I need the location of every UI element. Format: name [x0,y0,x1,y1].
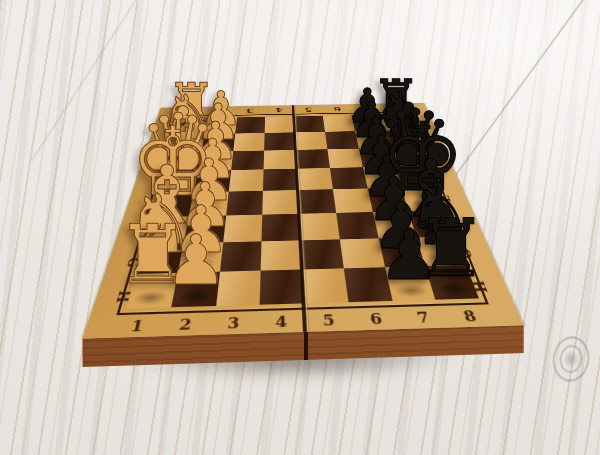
square-e4[interactable] [263,190,300,214]
near-rank-label-3: 3 [209,315,258,331]
square-h5[interactable] [302,269,348,304]
square-g4[interactable] [261,240,302,271]
far-rank-label-4: 4 [264,107,294,113]
square-h4[interactable] [260,270,304,305]
square-a4[interactable] [265,116,295,132]
square-g5[interactable] [301,239,344,270]
square-b4[interactable] [264,132,295,150]
black-rook-h8[interactable]: ♜ [415,207,487,287]
white-pawn-h2[interactable]: ♟ [165,226,227,295]
square-b5[interactable] [295,132,327,150]
board-fold-seam-front [304,332,308,360]
near-rank-label-2: 2 [160,316,210,332]
near-rank-label-7: 7 [398,309,449,325]
square-e5[interactable] [298,189,336,213]
near-rank-label-4: 4 [257,313,305,329]
square-d4[interactable] [263,169,298,191]
square-c4[interactable] [264,150,297,170]
square-c5[interactable] [296,149,330,169]
near-rank-label-5: 5 [305,312,354,328]
near-rank-label-6: 6 [351,311,401,327]
square-f4[interactable] [262,214,301,241]
square-d5[interactable] [297,168,333,190]
far-rank-label-5: 5 [293,106,323,112]
square-a5[interactable] [294,116,325,132]
near-rank-label-8: 8 [444,308,496,323]
square-f5[interactable] [299,213,339,240]
near-rank-label-1: 1 [111,318,163,334]
